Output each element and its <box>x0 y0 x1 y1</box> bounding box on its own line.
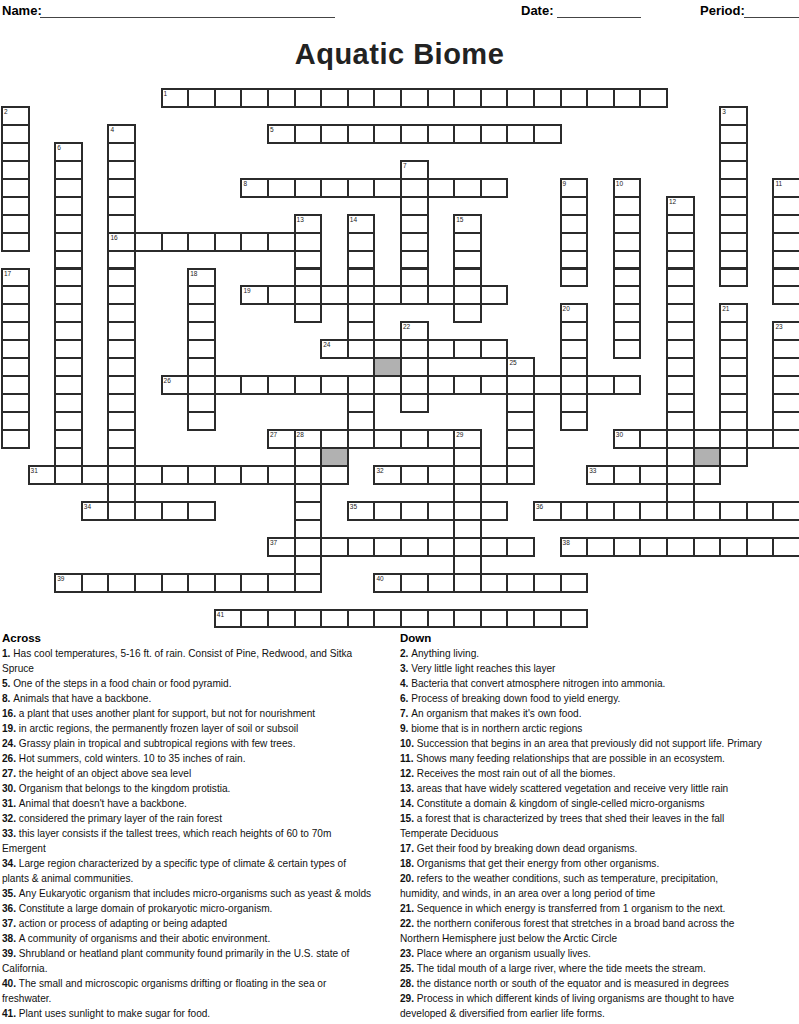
grid-cell[interactable] <box>54 429 83 449</box>
grid-cell[interactable] <box>772 375 799 395</box>
grid-cell[interactable] <box>506 537 535 557</box>
grid-cell[interactable] <box>400 232 429 252</box>
grid-cell[interactable] <box>506 393 535 413</box>
grid-cell[interactable] <box>533 573 562 593</box>
grid-cell[interactable] <box>613 465 642 485</box>
grid-cell[interactable] <box>639 465 668 485</box>
grid-cell[interactable] <box>294 250 323 270</box>
grid-cell[interactable] <box>107 303 136 323</box>
grid-cell[interactable] <box>347 375 376 395</box>
grid-cell[interactable] <box>746 501 775 521</box>
grid-cell[interactable] <box>560 321 589 341</box>
grid-cell[interactable]: 22 <box>400 321 429 341</box>
grid-cell[interactable] <box>560 393 589 413</box>
grid-cell[interactable] <box>400 609 429 629</box>
grid-cell[interactable] <box>772 393 799 413</box>
grid-cell[interactable] <box>427 537 456 557</box>
grid-cell[interactable] <box>480 501 509 521</box>
grid-cell[interactable] <box>81 573 110 593</box>
grid-cell[interactable] <box>453 232 482 252</box>
grid-cell[interactable] <box>161 465 190 485</box>
grid-cell[interactable] <box>320 124 349 144</box>
grid-cell[interactable]: 29 <box>453 429 482 449</box>
grid-cell[interactable] <box>347 411 376 431</box>
grid-cell[interactable] <box>400 285 429 305</box>
grid-cell[interactable] <box>719 411 748 431</box>
grid-cell[interactable] <box>560 232 589 252</box>
grid-cell[interactable] <box>54 250 83 270</box>
grid-cell[interactable] <box>427 429 456 449</box>
grid-cell[interactable] <box>427 609 456 629</box>
grid-cell[interactable]: 5 <box>267 124 296 144</box>
grid-cell[interactable] <box>560 573 589 593</box>
grid-cell[interactable] <box>613 321 642 341</box>
grid-cell[interactable] <box>719 357 748 377</box>
grid-cell[interactable] <box>772 250 799 270</box>
grid-cell[interactable] <box>107 357 136 377</box>
grid-cell[interactable] <box>613 303 642 323</box>
grid-cell[interactable] <box>427 88 456 108</box>
grid-cell[interactable] <box>719 214 748 234</box>
grid-cell[interactable] <box>400 357 429 377</box>
grid-cell[interactable] <box>506 573 535 593</box>
grid-cell[interactable] <box>453 465 482 485</box>
grid-cell[interactable] <box>1 321 30 341</box>
grid-cell[interactable] <box>427 465 456 485</box>
grid-cell[interactable] <box>772 232 799 252</box>
grid-cell[interactable] <box>347 250 376 270</box>
grid-cell[interactable] <box>719 537 748 557</box>
grid-cell[interactable] <box>1 357 30 377</box>
grid-cell[interactable] <box>666 393 695 413</box>
grid-cell[interactable] <box>746 537 775 557</box>
grid-cell[interactable]: 16 <box>107 232 136 252</box>
grid-cell[interactable]: 17 <box>1 268 30 288</box>
grid-cell[interactable] <box>107 178 136 198</box>
grid-cell[interactable] <box>639 537 668 557</box>
grid-cell[interactable] <box>586 375 615 395</box>
grid-cell[interactable] <box>107 393 136 413</box>
grid-cell[interactable] <box>533 375 562 395</box>
grid-cell[interactable] <box>187 339 216 359</box>
grid-cell[interactable] <box>666 447 695 467</box>
grid-cell[interactable] <box>134 232 163 252</box>
grid-cell[interactable] <box>613 268 642 288</box>
grid-cell[interactable] <box>400 429 429 449</box>
grid-cell[interactable] <box>1 178 30 198</box>
grid-cell[interactable] <box>373 429 402 449</box>
grid-cell[interactable] <box>453 447 482 467</box>
grid-cell[interactable] <box>480 537 509 557</box>
grid-cell[interactable]: 3 <box>719 106 748 126</box>
grid-cell[interactable] <box>54 214 83 234</box>
grid-cell[interactable] <box>693 537 722 557</box>
grid-cell[interactable] <box>666 375 695 395</box>
grid-cell[interactable]: 40 <box>373 573 402 593</box>
grid-cell[interactable] <box>453 519 482 539</box>
grid-cell[interactable] <box>560 268 589 288</box>
grid-cell[interactable] <box>666 321 695 341</box>
grid-cell[interactable] <box>187 573 216 593</box>
grid-cell[interactable] <box>107 375 136 395</box>
grid-cell[interactable] <box>719 339 748 359</box>
grid-cell[interactable] <box>294 447 323 467</box>
grid-cell[interactable] <box>187 285 216 305</box>
grid-cell[interactable] <box>666 303 695 323</box>
grid-cell[interactable] <box>1 411 30 431</box>
grid-cell[interactable] <box>666 465 695 485</box>
grid-cell[interactable] <box>560 339 589 359</box>
grid-cell[interactable] <box>453 88 482 108</box>
grid-cell[interactable] <box>107 465 136 485</box>
grid-cell[interactable] <box>400 393 429 413</box>
grid-cell[interactable]: 8 <box>240 178 269 198</box>
grid-cell[interactable] <box>772 537 799 557</box>
grid-cell[interactable] <box>613 88 642 108</box>
grid-cell[interactable] <box>373 339 402 359</box>
grid-cell[interactable] <box>294 232 323 252</box>
grid-cell[interactable] <box>54 285 83 305</box>
grid-cell[interactable] <box>639 501 668 521</box>
grid-cell[interactable] <box>772 268 799 288</box>
grid-cell[interactable] <box>453 483 482 503</box>
grid-cell[interactable] <box>480 88 509 108</box>
grid-cell[interactable] <box>719 142 748 162</box>
grid-cell[interactable] <box>1 142 30 162</box>
grid-cell[interactable]: 23 <box>772 321 799 341</box>
grid-cell[interactable] <box>1 232 30 252</box>
grid-cell[interactable] <box>294 609 323 629</box>
grid-cell[interactable] <box>666 483 695 503</box>
grid-cell[interactable] <box>560 411 589 431</box>
grid-cell[interactable]: 2 <box>1 106 30 126</box>
grid-cell[interactable]: 6 <box>54 142 83 162</box>
grid-cell[interactable] <box>320 429 349 449</box>
grid-cell[interactable] <box>427 178 456 198</box>
grid-cell[interactable]: 10 <box>613 178 642 198</box>
grid-cell[interactable]: 34 <box>81 501 110 521</box>
grid-cell[interactable] <box>506 447 535 467</box>
grid-cell[interactable] <box>719 375 748 395</box>
grid-cell[interactable] <box>560 196 589 216</box>
grid-cell[interactable] <box>294 483 323 503</box>
grid-cell[interactable] <box>107 321 136 341</box>
grid-cell[interactable] <box>214 465 243 485</box>
grid-cell[interactable] <box>187 357 216 377</box>
grid-cell[interactable] <box>586 537 615 557</box>
grid-cell[interactable] <box>719 124 748 144</box>
grid-cell[interactable]: 36 <box>533 501 562 521</box>
grid-cell[interactable] <box>639 88 668 108</box>
grid-cell[interactable] <box>373 375 402 395</box>
grid-cell[interactable] <box>54 393 83 413</box>
grid-cell[interactable]: 25 <box>506 357 535 377</box>
grid-cell[interactable]: 24 <box>320 339 349 359</box>
grid-cell[interactable] <box>1 285 30 305</box>
grid-cell[interactable] <box>347 393 376 413</box>
grid-cell[interactable] <box>54 357 83 377</box>
grid-cell[interactable] <box>693 501 722 521</box>
grid-cell[interactable] <box>639 429 668 449</box>
grid-cell[interactable] <box>453 609 482 629</box>
grid-cell[interactable] <box>294 519 323 539</box>
grid-cell[interactable] <box>427 124 456 144</box>
grid-cell[interactable]: 20 <box>560 303 589 323</box>
grid-cell[interactable] <box>187 465 216 485</box>
grid-cell[interactable] <box>453 303 482 323</box>
grid-cell[interactable]: 27 <box>267 429 296 449</box>
grid-cell[interactable] <box>320 375 349 395</box>
grid-cell[interactable] <box>1 429 30 449</box>
grid-cell[interactable] <box>54 375 83 395</box>
grid-cell[interactable] <box>693 429 722 449</box>
grid-cell[interactable] <box>613 339 642 359</box>
grid-cell[interactable] <box>214 573 243 593</box>
grid-cell[interactable] <box>506 411 535 431</box>
grid-cell[interactable]: 7 <box>400 160 429 180</box>
grid-cell[interactable] <box>613 250 642 270</box>
grid-cell[interactable] <box>533 88 562 108</box>
grid-cell[interactable] <box>506 465 535 485</box>
grid-cell[interactable] <box>134 465 163 485</box>
grid-cell[interactable] <box>560 501 589 521</box>
grid-cell[interactable] <box>453 501 482 521</box>
grid-cell[interactable] <box>719 447 748 467</box>
grid-cell[interactable] <box>54 196 83 216</box>
grid-cell[interactable] <box>480 178 509 198</box>
grid-cell[interactable] <box>214 232 243 252</box>
grid-cell[interactable] <box>373 88 402 108</box>
grid-cell[interactable] <box>134 501 163 521</box>
grid-cell[interactable] <box>107 268 136 288</box>
grid-cell[interactable] <box>453 250 482 270</box>
grid-cell[interactable] <box>294 537 323 557</box>
grid-cell[interactable] <box>373 285 402 305</box>
grid-cell[interactable] <box>161 573 190 593</box>
grid-cell[interactable] <box>453 375 482 395</box>
grid-cell[interactable] <box>54 447 83 467</box>
grid-cell[interactable] <box>54 160 83 180</box>
grid-cell[interactable] <box>373 124 402 144</box>
grid-cell[interactable] <box>161 232 190 252</box>
grid-cell[interactable] <box>187 232 216 252</box>
grid-cell[interactable] <box>347 339 376 359</box>
grid-cell[interactable] <box>267 88 296 108</box>
grid-cell[interactable]: 37 <box>267 537 296 557</box>
grid-cell[interactable] <box>533 609 562 629</box>
grid-cell[interactable] <box>54 465 83 485</box>
grid-cell[interactable] <box>666 339 695 359</box>
grid-cell[interactable]: 11 <box>772 178 799 198</box>
grid-cell[interactable] <box>506 609 535 629</box>
grid-cell[interactable] <box>1 160 30 180</box>
grid-cell[interactable] <box>506 124 535 144</box>
grid-cell[interactable] <box>719 232 748 252</box>
grid-cell[interactable] <box>506 88 535 108</box>
grid-cell[interactable] <box>560 375 589 395</box>
grid-cell[interactable] <box>400 124 429 144</box>
grid-cell[interactable] <box>719 429 748 449</box>
grid-cell[interactable] <box>772 357 799 377</box>
grid-cell[interactable] <box>666 214 695 234</box>
grid-cell[interactable] <box>613 232 642 252</box>
grid-cell[interactable]: 21 <box>719 303 748 323</box>
grid-cell[interactable] <box>666 268 695 288</box>
grid-cell[interactable] <box>719 501 748 521</box>
grid-cell[interactable] <box>719 268 748 288</box>
grid-cell[interactable] <box>400 178 429 198</box>
grid-cell[interactable] <box>480 339 509 359</box>
grid-cell[interactable] <box>294 303 323 323</box>
grid-cell[interactable] <box>107 196 136 216</box>
grid-cell[interactable] <box>320 609 349 629</box>
grid-cell[interactable] <box>719 321 748 341</box>
grid-cell[interactable] <box>613 285 642 305</box>
grid-cell[interactable] <box>746 429 775 449</box>
grid-cell[interactable] <box>400 339 429 359</box>
grid-cell[interactable] <box>294 124 323 144</box>
grid-cell[interactable] <box>453 268 482 288</box>
grid-cell[interactable] <box>400 573 429 593</box>
grid-cell[interactable] <box>373 609 402 629</box>
grid-cell[interactable]: 31 <box>28 465 57 485</box>
grid-cell[interactable]: 15 <box>453 214 482 234</box>
grid-cell[interactable] <box>81 465 110 485</box>
grid-cell[interactable] <box>480 465 509 485</box>
grid-cell[interactable] <box>347 429 376 449</box>
grid-cell[interactable] <box>613 214 642 234</box>
grid-cell[interactable] <box>400 196 429 216</box>
grid-cell[interactable] <box>187 375 216 395</box>
grid-cell[interactable] <box>533 124 562 144</box>
grid-cell[interactable] <box>347 232 376 252</box>
grid-cell[interactable] <box>347 537 376 557</box>
grid-cell[interactable]: 30 <box>613 429 642 449</box>
grid-cell[interactable] <box>613 375 642 395</box>
grid-cell[interactable]: 19 <box>240 285 269 305</box>
grid-cell[interactable] <box>666 232 695 252</box>
grid-cell[interactable]: 13 <box>294 214 323 234</box>
grid-cell[interactable] <box>294 88 323 108</box>
grid-cell[interactable] <box>54 303 83 323</box>
grid-cell[interactable] <box>267 609 296 629</box>
grid-cell[interactable] <box>480 285 509 305</box>
grid-cell[interactable] <box>1 124 30 144</box>
grid-cell[interactable] <box>54 268 83 288</box>
grid-cell[interactable] <box>107 285 136 305</box>
grid-cell[interactable] <box>320 285 349 305</box>
grid-cell[interactable] <box>161 501 190 521</box>
grid-cell[interactable] <box>320 178 349 198</box>
grid-cell[interactable] <box>560 214 589 234</box>
grid-cell[interactable] <box>294 465 323 485</box>
grid-cell[interactable] <box>54 321 83 341</box>
grid-cell[interactable]: 39 <box>54 573 83 593</box>
grid-cell[interactable] <box>107 429 136 449</box>
grid-cell[interactable] <box>187 501 216 521</box>
grid-cell[interactable] <box>453 124 482 144</box>
grid-cell[interactable] <box>772 411 799 431</box>
grid-cell[interactable] <box>347 609 376 629</box>
grid-cell[interactable] <box>586 501 615 521</box>
grid-cell[interactable] <box>586 88 615 108</box>
grid-cell[interactable] <box>320 88 349 108</box>
grid-cell[interactable] <box>187 303 216 323</box>
grid-cell[interactable] <box>453 537 482 557</box>
grid-cell[interactable] <box>107 483 136 503</box>
grid-cell[interactable] <box>666 411 695 431</box>
grid-cell[interactable] <box>373 178 402 198</box>
grid-cell[interactable] <box>347 124 376 144</box>
grid-cell[interactable] <box>666 429 695 449</box>
grid-cell[interactable]: 32 <box>373 465 402 485</box>
grid-cell[interactable] <box>427 375 456 395</box>
grid-cell[interactable] <box>267 285 296 305</box>
grid-cell[interactable] <box>294 573 323 593</box>
grid-cell[interactable] <box>267 375 296 395</box>
grid-cell[interactable] <box>1 303 30 323</box>
grid-cell[interactable] <box>400 88 429 108</box>
grid-cell[interactable]: 9 <box>560 178 589 198</box>
grid-cell[interactable] <box>347 268 376 288</box>
grid-cell[interactable] <box>54 178 83 198</box>
grid-cell[interactable] <box>453 339 482 359</box>
grid-cell[interactable] <box>267 178 296 198</box>
grid-cell[interactable] <box>480 609 509 629</box>
grid-cell[interactable] <box>294 285 323 305</box>
grid-cell[interactable] <box>214 375 243 395</box>
grid-cell[interactable] <box>240 573 269 593</box>
grid-cell[interactable] <box>1 375 30 395</box>
grid-cell[interactable] <box>453 555 482 575</box>
grid-cell[interactable] <box>347 88 376 108</box>
grid-cell[interactable] <box>719 178 748 198</box>
grid-cell[interactable] <box>560 357 589 377</box>
grid-cell[interactable] <box>107 411 136 431</box>
grid-cell[interactable] <box>54 411 83 431</box>
grid-cell[interactable] <box>347 321 376 341</box>
grid-cell[interactable] <box>400 250 429 270</box>
grid-cell[interactable] <box>666 501 695 521</box>
grid-cell[interactable] <box>453 573 482 593</box>
grid-cell[interactable] <box>772 285 799 305</box>
grid-cell[interactable] <box>240 609 269 629</box>
grid-cell[interactable] <box>107 339 136 359</box>
grid-cell[interactable] <box>107 214 136 234</box>
grid-cell[interactable]: 38 <box>560 537 589 557</box>
grid-cell[interactable] <box>294 375 323 395</box>
grid-cell[interactable] <box>107 250 136 270</box>
grid-cell[interactable] <box>427 573 456 593</box>
grid-cell[interactable] <box>613 196 642 216</box>
grid-cell[interactable] <box>427 501 456 521</box>
grid-cell[interactable] <box>347 285 376 305</box>
grid-cell[interactable] <box>187 393 216 413</box>
grid-cell[interactable] <box>666 285 695 305</box>
grid-cell[interactable] <box>347 178 376 198</box>
grid-cell[interactable] <box>506 429 535 449</box>
grid-cell[interactable] <box>427 339 456 359</box>
grid-cell[interactable] <box>772 501 799 521</box>
grid-cell[interactable]: 1 <box>161 88 190 108</box>
grid-cell[interactable] <box>772 429 799 449</box>
grid-cell[interactable] <box>1 196 30 216</box>
grid-cell[interactable] <box>480 124 509 144</box>
grid-cell[interactable]: 4 <box>107 124 136 144</box>
grid-cell[interactable]: 28 <box>294 429 323 449</box>
grid-cell[interactable] <box>453 178 482 198</box>
grid-cell[interactable] <box>719 196 748 216</box>
